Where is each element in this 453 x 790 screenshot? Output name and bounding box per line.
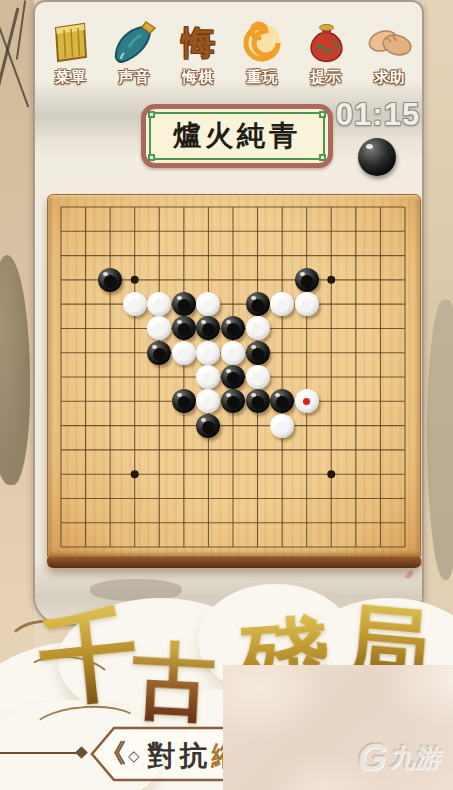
board-bottom-edge [47, 557, 421, 568]
black-to-move-indicator [358, 138, 396, 176]
level-name: 爐火純青 [173, 117, 301, 155]
undo-button[interactable]: 悔 悔棋 [169, 20, 229, 87]
black-stone: ● [147, 341, 171, 365]
jiuyou-logo-text: 九游 [388, 741, 446, 774]
mountain-blob [427, 300, 453, 580]
rock-blob [0, 255, 30, 485]
scroll-icon [48, 20, 94, 66]
flame-swirl-icon [239, 20, 285, 66]
handshake-icon [367, 20, 413, 66]
mode-rule-line [0, 752, 80, 754]
lucky-bag-icon [303, 20, 349, 66]
help-button[interactable]: 求助 [360, 20, 420, 87]
white-stone: ● [295, 292, 319, 316]
sound-button[interactable]: 声音 [105, 20, 165, 87]
last-move-red-dot [303, 398, 310, 405]
promo-title-char: 千 [35, 603, 143, 711]
jiuyou-logo-icon: G [354, 740, 392, 774]
sound-label: 声音 [119, 68, 151, 87]
level-banner: 爐火純青 [141, 104, 333, 168]
toolbar: 菜單 声音 悔 悔棋 [41, 20, 420, 87]
hint-label: 提示 [310, 68, 342, 87]
black-stone: ● [98, 268, 122, 292]
board-stones-layer: ●●●●●●●●●●●●●●●●●●●●●●●●●●●●●● [47, 194, 421, 557]
white-stone: ● [270, 292, 294, 316]
branch-stroke [0, 7, 19, 124]
black-stone: ● [246, 389, 270, 413]
black-stone: ● [172, 389, 196, 413]
white-stone: ● [270, 414, 294, 438]
menu-button[interactable]: 菜單 [41, 20, 101, 87]
jiuyou-watermark: G 九游 [358, 740, 443, 774]
black-stone: ● [196, 414, 220, 438]
replay-label: 重玩 [246, 68, 278, 87]
replay-button[interactable]: 重玩 [232, 20, 292, 87]
white-stone: ● [295, 389, 319, 413]
mode-label: 對抗 [148, 737, 212, 775]
hint-button[interactable]: 提示 [296, 20, 356, 87]
horn-icon [112, 20, 158, 66]
undo-label: 悔棋 [183, 68, 215, 87]
hui-character-icon: 悔 [176, 20, 222, 66]
white-stone: ● [123, 292, 147, 316]
white-stone: ● [172, 341, 196, 365]
game-screen: 菜單 声音 悔 悔棋 [33, 0, 424, 626]
promo-screenshot-canvas: 菜單 声音 悔 悔棋 [0, 0, 453, 790]
black-stone: ● [221, 389, 245, 413]
countdown-timer: 01:15 [331, 97, 424, 133]
gomoku-board[interactable]: ●●●●●●●●●●●●●●●●●●●●●●●●●●●●●● [47, 194, 421, 568]
promo-title-char: 古 [130, 638, 218, 726]
diamond-bullet-icon: ◇ [128, 747, 140, 765]
help-label: 求助 [374, 68, 406, 87]
menu-label: 菜單 [55, 68, 87, 87]
chevron-decor: 《 [100, 736, 126, 771]
